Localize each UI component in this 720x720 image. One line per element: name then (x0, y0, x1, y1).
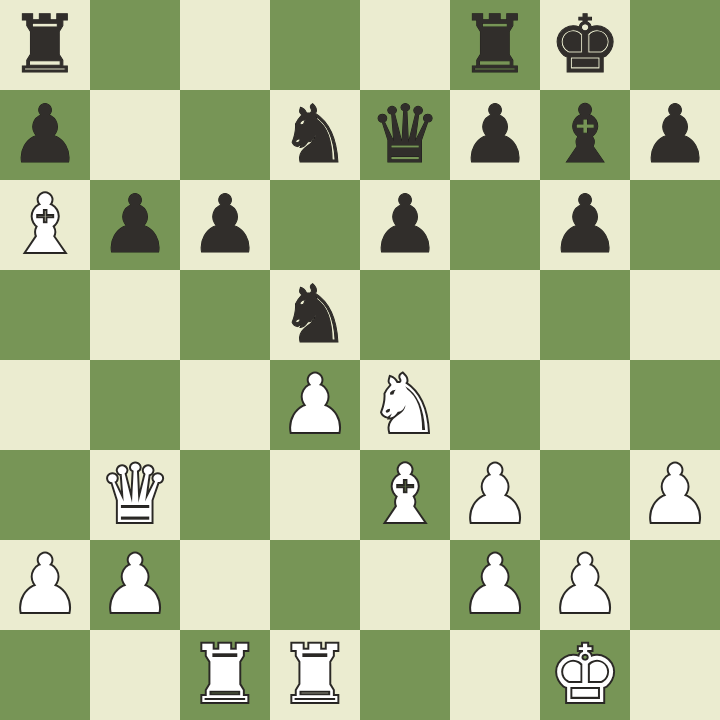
square-g3[interactable] (540, 450, 630, 540)
square-c8[interactable] (180, 0, 270, 90)
square-e3[interactable]: ♝ (360, 450, 450, 540)
chess-board: ♜♜♚♟♞♛♟♝♟♝♟♟♟♟♞♟♞♛♝♟♟♟♟♟♟♜♜♚ (0, 0, 720, 720)
square-g8[interactable]: ♚ (540, 0, 630, 90)
square-g6[interactable]: ♟ (540, 180, 630, 270)
piece-white-pawn[interactable]: ♟ (639, 450, 711, 540)
piece-white-pawn[interactable]: ♟ (99, 540, 171, 630)
square-d3[interactable] (270, 450, 360, 540)
square-a1[interactable] (0, 630, 90, 720)
piece-black-king[interactable]: ♚ (549, 0, 621, 90)
square-e7[interactable]: ♛ (360, 90, 450, 180)
square-a6[interactable]: ♝ (0, 180, 90, 270)
square-f2[interactable]: ♟ (450, 540, 540, 630)
piece-white-pawn[interactable]: ♟ (9, 540, 81, 630)
square-h3[interactable]: ♟ (630, 450, 720, 540)
square-b4[interactable] (90, 360, 180, 450)
square-f4[interactable] (450, 360, 540, 450)
square-a7[interactable]: ♟ (0, 90, 90, 180)
square-b3[interactable]: ♛ (90, 450, 180, 540)
square-c1[interactable]: ♜ (180, 630, 270, 720)
square-g1[interactable]: ♚ (540, 630, 630, 720)
piece-white-rook[interactable]: ♜ (189, 630, 261, 720)
piece-black-pawn[interactable]: ♟ (459, 90, 531, 180)
piece-white-pawn[interactable]: ♟ (549, 540, 621, 630)
square-f7[interactable]: ♟ (450, 90, 540, 180)
square-d1[interactable]: ♜ (270, 630, 360, 720)
square-f1[interactable] (450, 630, 540, 720)
square-g4[interactable] (540, 360, 630, 450)
piece-black-knight[interactable]: ♞ (279, 270, 351, 360)
square-a8[interactable]: ♜ (0, 0, 90, 90)
square-h8[interactable] (630, 0, 720, 90)
square-b7[interactable] (90, 90, 180, 180)
square-f5[interactable] (450, 270, 540, 360)
square-f6[interactable] (450, 180, 540, 270)
piece-black-pawn[interactable]: ♟ (369, 180, 441, 270)
square-d8[interactable] (270, 0, 360, 90)
square-e4[interactable]: ♞ (360, 360, 450, 450)
square-d5[interactable]: ♞ (270, 270, 360, 360)
piece-black-bishop[interactable]: ♝ (549, 90, 621, 180)
square-c3[interactable] (180, 450, 270, 540)
square-b5[interactable] (90, 270, 180, 360)
square-h7[interactable]: ♟ (630, 90, 720, 180)
square-a4[interactable] (0, 360, 90, 450)
square-e1[interactable] (360, 630, 450, 720)
square-h2[interactable] (630, 540, 720, 630)
square-c6[interactable]: ♟ (180, 180, 270, 270)
square-h1[interactable] (630, 630, 720, 720)
piece-white-bishop[interactable]: ♝ (369, 450, 441, 540)
square-e2[interactable] (360, 540, 450, 630)
square-a3[interactable] (0, 450, 90, 540)
piece-black-rook[interactable]: ♜ (459, 0, 531, 90)
square-h6[interactable] (630, 180, 720, 270)
square-h4[interactable] (630, 360, 720, 450)
square-b6[interactable]: ♟ (90, 180, 180, 270)
square-c5[interactable] (180, 270, 270, 360)
piece-black-knight[interactable]: ♞ (279, 90, 351, 180)
piece-white-pawn[interactable]: ♟ (459, 450, 531, 540)
square-c2[interactable] (180, 540, 270, 630)
square-g5[interactable] (540, 270, 630, 360)
square-e5[interactable] (360, 270, 450, 360)
square-d6[interactable] (270, 180, 360, 270)
piece-white-knight[interactable]: ♞ (369, 360, 441, 450)
piece-white-pawn[interactable]: ♟ (459, 540, 531, 630)
piece-black-rook[interactable]: ♜ (9, 0, 81, 90)
piece-black-pawn[interactable]: ♟ (639, 90, 711, 180)
square-a5[interactable] (0, 270, 90, 360)
piece-black-pawn[interactable]: ♟ (189, 180, 261, 270)
square-h5[interactable] (630, 270, 720, 360)
square-e8[interactable] (360, 0, 450, 90)
square-g2[interactable]: ♟ (540, 540, 630, 630)
square-g7[interactable]: ♝ (540, 90, 630, 180)
square-c7[interactable] (180, 90, 270, 180)
square-c4[interactable] (180, 360, 270, 450)
piece-black-pawn[interactable]: ♟ (99, 180, 171, 270)
piece-white-pawn[interactable]: ♟ (279, 360, 351, 450)
square-a2[interactable]: ♟ (0, 540, 90, 630)
square-b2[interactable]: ♟ (90, 540, 180, 630)
square-b1[interactable] (90, 630, 180, 720)
square-d7[interactable]: ♞ (270, 90, 360, 180)
square-d2[interactable] (270, 540, 360, 630)
piece-black-queen[interactable]: ♛ (369, 90, 441, 180)
square-f8[interactable]: ♜ (450, 0, 540, 90)
square-f3[interactable]: ♟ (450, 450, 540, 540)
piece-white-king[interactable]: ♚ (549, 630, 621, 720)
piece-white-rook[interactable]: ♜ (279, 630, 351, 720)
piece-black-pawn[interactable]: ♟ (9, 90, 81, 180)
piece-black-pawn[interactable]: ♟ (549, 180, 621, 270)
square-e6[interactable]: ♟ (360, 180, 450, 270)
square-b8[interactable] (90, 0, 180, 90)
piece-white-queen[interactable]: ♛ (99, 450, 171, 540)
piece-white-bishop[interactable]: ♝ (9, 180, 81, 270)
square-d4[interactable]: ♟ (270, 360, 360, 450)
